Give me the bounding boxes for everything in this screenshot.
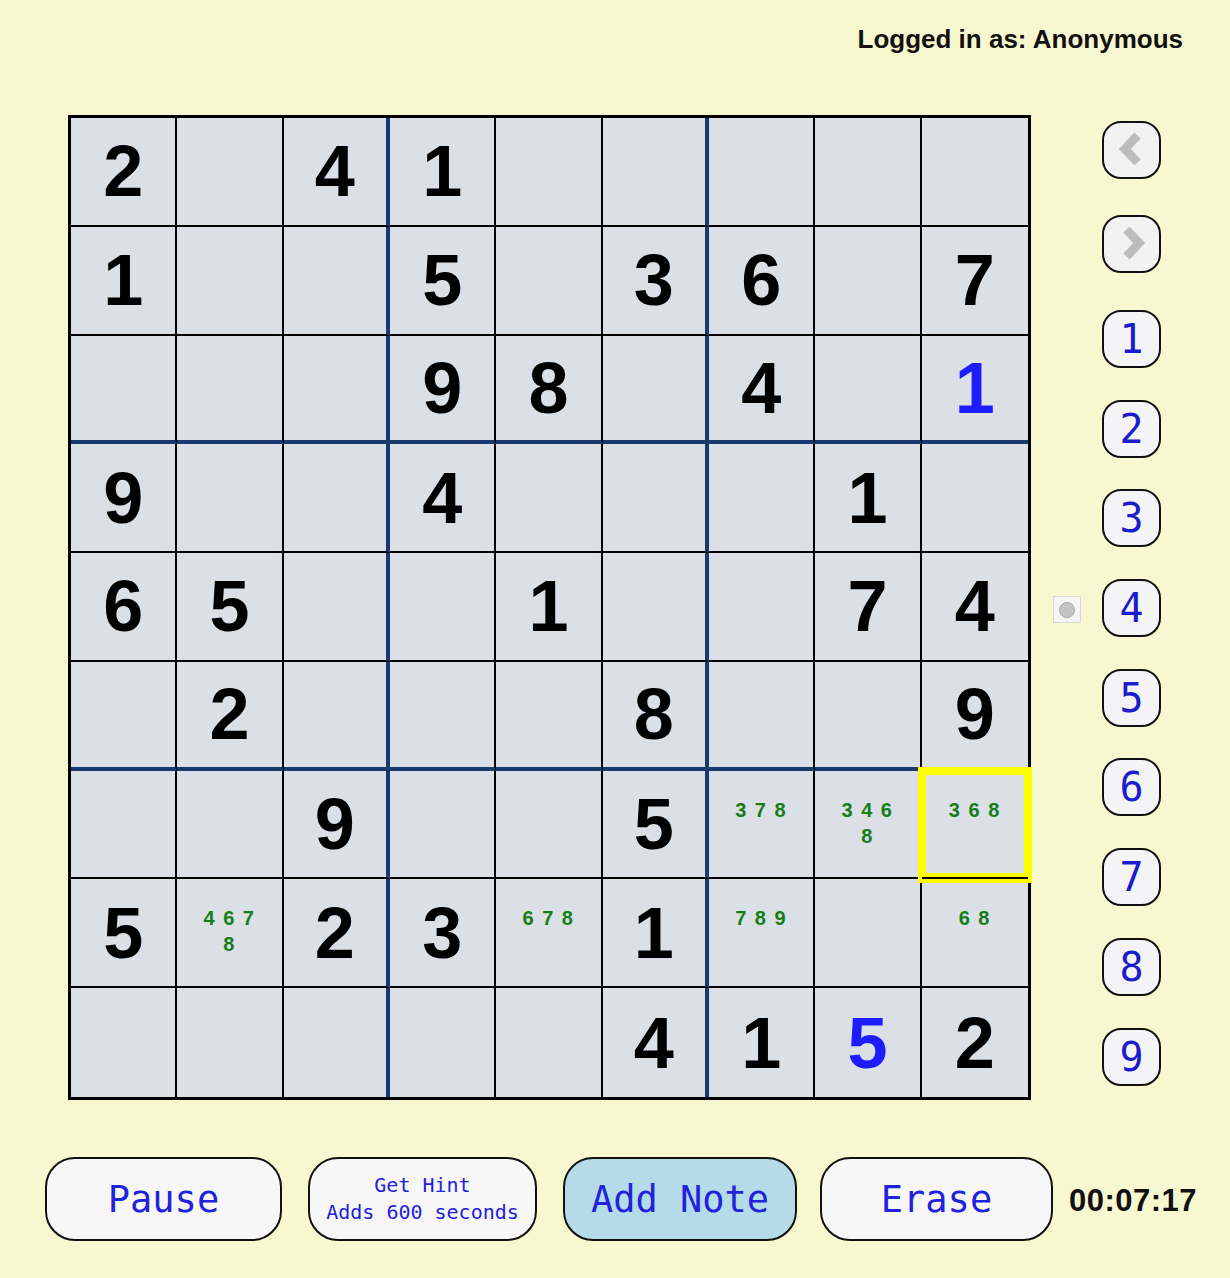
given-digit: 4 — [634, 1007, 674, 1079]
number-button-9[interactable]: 9 — [1102, 1028, 1161, 1086]
cell-r7c7[interactable]: 3 7 8 — [709, 771, 815, 880]
cell-r1c3[interactable]: 4 — [284, 118, 390, 227]
pencil-notes: 6 7 8 — [496, 879, 600, 986]
cell-r7c1[interactable] — [71, 771, 177, 880]
given-digit: 5 — [209, 570, 249, 642]
hint-label-line2: Adds 600 seconds — [326, 1199, 519, 1226]
cell-r8c3[interactable]: 2 — [284, 879, 390, 988]
cell-r3c9[interactable]: 1 — [922, 336, 1028, 445]
cell-r1c2[interactable] — [177, 118, 283, 227]
number-button-6[interactable]: 6 — [1102, 758, 1161, 816]
cell-r1c8[interactable] — [815, 118, 921, 227]
given-digit: 4 — [955, 570, 995, 642]
timer: 00:07:17 — [1069, 1183, 1197, 1219]
radio-dot-icon — [1059, 602, 1075, 618]
given-digit: 2 — [955, 1007, 995, 1079]
cell-r9c2[interactable] — [177, 988, 283, 1097]
cell-r8c2[interactable]: 4 6 78 — [177, 879, 283, 988]
get-hint-button[interactable]: Get Hint Adds 600 seconds — [308, 1157, 537, 1241]
cell-r8c8[interactable] — [815, 879, 921, 988]
chevron-right-icon — [1113, 224, 1151, 265]
given-digit: 1 — [103, 244, 143, 316]
sudoku-board: 24115367984194165174289953 7 83 4 683 6 … — [68, 115, 1031, 1100]
cell-r7c4[interactable] — [390, 771, 496, 880]
cell-r2c5[interactable] — [496, 227, 602, 336]
cell-r3c4[interactable]: 9 — [390, 336, 496, 445]
given-digit: 1 — [847, 462, 887, 534]
cell-r1c1[interactable]: 2 — [71, 118, 177, 227]
cell-r9c5[interactable] — [496, 988, 602, 1097]
cell-r3c5[interactable]: 8 — [496, 336, 602, 445]
given-digit: 4 — [422, 462, 462, 534]
pencil-notes: 3 7 8 — [709, 771, 813, 878]
given-digit: 4 — [741, 352, 781, 424]
cell-r7c6[interactable]: 5 — [603, 771, 709, 880]
cell-r5c2[interactable]: 5 — [177, 553, 283, 662]
pencil-notes: 7 8 9 — [709, 879, 813, 986]
radio-indicator[interactable] — [1053, 596, 1081, 623]
user-digit: 1 — [955, 352, 995, 424]
given-digit: 2 — [209, 678, 249, 750]
given-digit: 1 — [741, 1007, 781, 1079]
cell-r2c6[interactable]: 3 — [603, 227, 709, 336]
cell-r7c3[interactable]: 9 — [284, 771, 390, 880]
cell-r7c5[interactable] — [496, 771, 602, 880]
cell-r4c8[interactable]: 1 — [815, 444, 921, 553]
given-digit: 8 — [634, 678, 674, 750]
given-digit: 8 — [528, 352, 568, 424]
cell-r5c3[interactable] — [284, 553, 390, 662]
number-button-5[interactable]: 5 — [1102, 669, 1161, 727]
number-button-1[interactable]: 1 — [1102, 310, 1161, 368]
cell-r6c3[interactable] — [284, 662, 390, 771]
given-digit: 2 — [315, 897, 355, 969]
cell-r4c9[interactable] — [922, 444, 1028, 553]
given-digit: 9 — [422, 352, 462, 424]
given-digit: 1 — [634, 897, 674, 969]
cell-r3c2[interactable] — [177, 336, 283, 445]
next-button[interactable] — [1102, 215, 1161, 273]
cell-r5c5[interactable]: 1 — [496, 553, 602, 662]
cell-r1c7[interactable] — [709, 118, 815, 227]
cell-r6c9[interactable]: 9 — [922, 662, 1028, 771]
chevron-left-icon — [1113, 130, 1151, 171]
given-digit: 4 — [315, 135, 355, 207]
cell-r4c1[interactable]: 9 — [71, 444, 177, 553]
cell-r2c4[interactable]: 5 — [390, 227, 496, 336]
cell-r2c9[interactable]: 7 — [922, 227, 1028, 336]
pause-button[interactable]: Pause — [45, 1157, 282, 1241]
number-button-2[interactable]: 2 — [1102, 400, 1161, 458]
cell-r5c4[interactable] — [390, 553, 496, 662]
cell-r4c6[interactable] — [603, 444, 709, 553]
cell-r3c8[interactable] — [815, 336, 921, 445]
number-button-7[interactable]: 7 — [1102, 848, 1161, 906]
given-digit: 5 — [103, 897, 143, 969]
cell-r6c8[interactable] — [815, 662, 921, 771]
number-button-4[interactable]: 4 — [1102, 579, 1161, 637]
cell-r9c9[interactable]: 2 — [922, 988, 1028, 1097]
cell-r4c2[interactable] — [177, 444, 283, 553]
cell-r9c7[interactable]: 1 — [709, 988, 815, 1097]
cell-r3c1[interactable] — [71, 336, 177, 445]
cell-r1c9[interactable] — [922, 118, 1028, 227]
cell-r5c1[interactable]: 6 — [71, 553, 177, 662]
cell-r5c8[interactable]: 7 — [815, 553, 921, 662]
given-digit: 6 — [103, 570, 143, 642]
cell-r5c7[interactable] — [709, 553, 815, 662]
cell-r6c5[interactable] — [496, 662, 602, 771]
cell-r6c4[interactable] — [390, 662, 496, 771]
given-digit: 9 — [103, 462, 143, 534]
erase-label: Erase — [881, 1178, 992, 1221]
given-digit: 2 — [103, 135, 143, 207]
given-digit: 9 — [955, 678, 995, 750]
cell-r4c5[interactable] — [496, 444, 602, 553]
cell-r9c8[interactable]: 5 — [815, 988, 921, 1097]
cell-r1c6[interactable] — [603, 118, 709, 227]
given-digit: 1 — [528, 570, 568, 642]
cell-r8c1[interactable]: 5 — [71, 879, 177, 988]
given-digit: 3 — [634, 244, 674, 316]
given-digit: 3 — [422, 897, 462, 969]
cell-r8c6[interactable]: 1 — [603, 879, 709, 988]
given-digit: 7 — [847, 570, 887, 642]
erase-button[interactable]: Erase — [820, 1157, 1053, 1241]
cell-r4c7[interactable] — [709, 444, 815, 553]
given-digit: 1 — [422, 135, 462, 207]
cell-r1c4[interactable]: 1 — [390, 118, 496, 227]
given-digit: 5 — [422, 244, 462, 316]
sudoku-app: Logged in as: Anonymous 2411536798419416… — [0, 0, 1230, 1278]
given-digit: 6 — [741, 244, 781, 316]
cell-r8c9[interactable]: 6 8 — [922, 879, 1028, 988]
add-note-button[interactable]: Add Note — [563, 1157, 797, 1241]
cell-r6c7[interactable] — [709, 662, 815, 771]
prev-button[interactable] — [1102, 121, 1161, 179]
cell-r4c3[interactable] — [284, 444, 390, 553]
pause-label: Pause — [108, 1178, 219, 1221]
pencil-notes: 3 6 8 — [922, 771, 1028, 878]
cell-r3c6[interactable] — [603, 336, 709, 445]
cell-r7c8[interactable]: 3 4 68 — [815, 771, 921, 880]
user-digit: 5 — [847, 1007, 887, 1079]
hint-label-line1: Get Hint — [374, 1172, 470, 1199]
cell-r2c8[interactable] — [815, 227, 921, 336]
cell-r2c1[interactable]: 1 — [71, 227, 177, 336]
number-button-3[interactable]: 3 — [1102, 489, 1161, 547]
given-digit: 9 — [315, 788, 355, 860]
cell-r8c5[interactable]: 6 7 8 — [496, 879, 602, 988]
cell-r6c6[interactable]: 8 — [603, 662, 709, 771]
cell-r9c1[interactable] — [71, 988, 177, 1097]
cell-r5c9[interactable]: 4 — [922, 553, 1028, 662]
pencil-notes: 3 4 68 — [815, 771, 919, 878]
add-note-label: Add Note — [591, 1178, 769, 1221]
cell-r9c4[interactable] — [390, 988, 496, 1097]
cell-r6c2[interactable]: 2 — [177, 662, 283, 771]
cell-r1c5[interactable] — [496, 118, 602, 227]
cell-r9c3[interactable] — [284, 988, 390, 1097]
cell-r2c3[interactable] — [284, 227, 390, 336]
cell-r9c6[interactable]: 4 — [603, 988, 709, 1097]
cell-r3c7[interactable]: 4 — [709, 336, 815, 445]
cell-r8c4[interactable]: 3 — [390, 879, 496, 988]
cell-r7c2[interactable] — [177, 771, 283, 880]
cell-r3c3[interactable] — [284, 336, 390, 445]
given-digit: 5 — [634, 788, 674, 860]
cell-r5c6[interactable] — [603, 553, 709, 662]
pencil-notes: 4 6 78 — [177, 879, 281, 986]
cell-r8c7[interactable]: 7 8 9 — [709, 879, 815, 988]
cell-r2c7[interactable]: 6 — [709, 227, 815, 336]
login-status: Logged in as: Anonymous — [858, 24, 1183, 55]
pencil-notes: 6 8 — [922, 879, 1028, 986]
cell-r6c1[interactable] — [71, 662, 177, 771]
number-button-8[interactable]: 8 — [1102, 938, 1161, 996]
cell-r7c9[interactable]: 3 6 8 — [922, 771, 1028, 880]
cell-r2c2[interactable] — [177, 227, 283, 336]
cell-r4c4[interactable]: 4 — [390, 444, 496, 553]
given-digit: 7 — [955, 244, 995, 316]
